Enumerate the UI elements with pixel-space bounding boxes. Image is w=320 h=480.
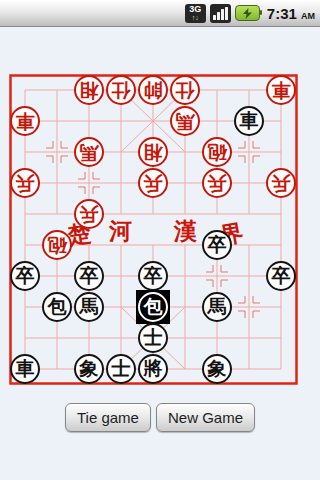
black-chariot[interactable]: 車 (8, 352, 42, 386)
black-soldier[interactable]: 卒 (264, 259, 298, 293)
red-chariot[interactable]: 車 (264, 73, 298, 107)
red-horse[interactable]: 馬 (72, 135, 106, 169)
piece-glyph: 車 (10, 354, 40, 384)
red-cannon[interactable]: 砲 (200, 135, 234, 169)
black-elephant[interactable]: 象 (72, 352, 106, 386)
piece-glyph: 砲 (42, 230, 72, 260)
black-cannon-selected[interactable]: 包 (136, 290, 170, 324)
piece-glyph: 兵 (74, 199, 104, 229)
red-cannon[interactable]: 砲 (40, 228, 74, 262)
piece-glyph: 馬 (170, 106, 200, 136)
river-char: 漢 (174, 219, 197, 242)
piece-glyph: 車 (10, 106, 40, 136)
black-soldier[interactable]: 卒 (72, 259, 106, 293)
red-chariot[interactable]: 車 (8, 104, 42, 138)
xiangqi-board[interactable]: 楚 河 漢 界 相仕帥仕車車馬車馬相砲兵兵兵兵兵砲卒卒卒卒卒包馬包馬士車象士將象 (0, 27, 320, 435)
piece-glyph: 兵 (202, 168, 232, 198)
black-soldier[interactable]: 卒 (8, 259, 42, 293)
red-elephant[interactable]: 相 (136, 135, 170, 169)
river-char: 河 (109, 219, 132, 242)
lightning-bolt-icon (243, 8, 252, 19)
piece-glyph: 將 (138, 354, 168, 384)
piece-glyph: 馬 (74, 137, 104, 167)
black-soldier[interactable]: 卒 (200, 228, 234, 262)
piece-glyph: 相 (138, 137, 168, 167)
piece-glyph: 士 (106, 354, 136, 384)
black-elephant[interactable]: 象 (200, 352, 234, 386)
piece-glyph: 象 (74, 354, 104, 384)
black-advisor[interactable]: 士 (136, 321, 170, 355)
piece-glyph: 仕 (170, 75, 200, 105)
black-general[interactable]: 將 (136, 352, 170, 386)
red-advisor[interactable]: 仕 (104, 73, 138, 107)
meridiem-text: AM (301, 11, 315, 21)
tie-game-button[interactable]: Tie game (65, 403, 151, 432)
piece-glyph: 卒 (74, 261, 104, 291)
black-soldier[interactable]: 卒 (136, 259, 170, 293)
piece-glyph: 卒 (10, 261, 40, 291)
piece-glyph: 仕 (106, 75, 136, 105)
piece-glyph: 帥 (138, 75, 168, 105)
black-advisor[interactable]: 士 (104, 352, 138, 386)
red-soldier[interactable]: 兵 (72, 197, 106, 231)
piece-glyph: 兵 (138, 168, 168, 198)
piece-glyph: 車 (266, 75, 296, 105)
red-elephant[interactable]: 相 (72, 73, 106, 107)
red-general[interactable]: 帥 (136, 73, 170, 107)
battery-charging-icon (235, 5, 260, 21)
red-advisor[interactable]: 仕 (168, 73, 202, 107)
piece-glyph: 卒 (266, 261, 296, 291)
red-soldier[interactable]: 兵 (200, 166, 234, 200)
time-text: 7:31 (267, 5, 297, 22)
piece-glyph: 象 (202, 354, 232, 384)
piece-glyph: 卒 (138, 261, 168, 291)
piece-glyph: 砲 (202, 137, 232, 167)
clock: 7:31 AM (267, 5, 315, 22)
piece-glyph: 包 (42, 292, 72, 322)
piece-glyph: 包 (138, 292, 168, 322)
piece-glyph: 卒 (202, 230, 232, 260)
status-bar: 3G ↑↓ 7:31 AM (0, 0, 320, 27)
red-horse[interactable]: 馬 (168, 104, 202, 138)
piece-glyph: 士 (138, 323, 168, 353)
piece-glyph: 馬 (202, 292, 232, 322)
updown-arrows-icon: ↑↓ (192, 14, 199, 21)
button-row: Tie game New Game (0, 403, 320, 432)
red-soldier[interactable]: 兵 (136, 166, 170, 200)
new-game-button[interactable]: New Game (156, 403, 255, 432)
piece-glyph: 相 (74, 75, 104, 105)
piece-glyph: 車 (234, 106, 264, 136)
piece-glyph: 馬 (74, 292, 104, 322)
black-horse[interactable]: 馬 (72, 290, 106, 324)
signal-strength-icon (210, 4, 231, 23)
black-cannon[interactable]: 包 (40, 290, 74, 324)
3g-label: 3G (189, 5, 201, 14)
red-soldier[interactable]: 兵 (264, 166, 298, 200)
red-soldier[interactable]: 兵 (8, 166, 42, 200)
black-chariot[interactable]: 車 (232, 104, 266, 138)
piece-glyph: 兵 (266, 168, 296, 198)
piece-glyph: 兵 (10, 168, 40, 198)
black-horse[interactable]: 馬 (200, 290, 234, 324)
3g-network-icon: 3G ↑↓ (185, 4, 206, 23)
